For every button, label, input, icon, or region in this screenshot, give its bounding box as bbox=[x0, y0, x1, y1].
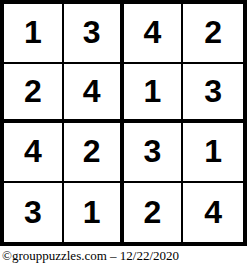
cell-r1c3: 4 bbox=[124, 4, 184, 64]
cell-r4c4: 4 bbox=[183, 183, 243, 243]
cell-r4c2: 1 bbox=[64, 183, 124, 243]
cell-r2c4: 3 bbox=[183, 64, 243, 124]
copyright-caption: ©grouppuzzles.com – 12/22/2020 bbox=[2, 248, 179, 264]
cell-r2c3: 1 bbox=[124, 64, 184, 124]
cell-r3c1: 4 bbox=[4, 123, 64, 183]
sudoku-board: 1 3 4 2 2 4 1 3 4 2 3 1 3 1 2 4 bbox=[0, 0, 247, 246]
cell-r4c3: 2 bbox=[124, 183, 184, 243]
cell-r4c1: 3 bbox=[4, 183, 64, 243]
cell-r1c2: 3 bbox=[64, 4, 124, 64]
cell-r1c4: 2 bbox=[183, 4, 243, 64]
cell-r1c1: 1 bbox=[4, 4, 64, 64]
cell-r3c2: 2 bbox=[64, 123, 124, 183]
cell-r2c2: 4 bbox=[64, 64, 124, 124]
cell-r3c4: 1 bbox=[183, 123, 243, 183]
cell-r2c1: 2 bbox=[4, 64, 64, 124]
cell-r3c3: 3 bbox=[124, 123, 184, 183]
